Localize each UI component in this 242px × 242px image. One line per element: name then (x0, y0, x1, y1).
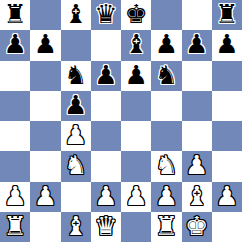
square-g3[interactable]: ♟ (182, 151, 212, 181)
black-bishop[interactable]: ♝ (124, 31, 147, 57)
square-d2[interactable]: ♟ (91, 182, 121, 212)
square-b4[interactable] (30, 121, 60, 151)
square-g8[interactable] (182, 0, 212, 30)
white-pawn[interactable]: ♟ (185, 152, 208, 178)
square-b2[interactable]: ♟ (30, 182, 60, 212)
square-b8[interactable] (30, 0, 60, 30)
white-pawn[interactable]: ♟ (155, 183, 178, 209)
square-a7[interactable]: ♟ (0, 30, 30, 60)
black-pawn[interactable]: ♟ (185, 31, 208, 57)
white-pawn[interactable]: ♟ (64, 122, 87, 148)
square-d3[interactable] (91, 151, 121, 181)
black-king[interactable]: ♚ (124, 1, 147, 27)
square-a8[interactable]: ♜ (0, 0, 30, 30)
white-knight[interactable]: ♞ (64, 152, 87, 178)
square-f8[interactable] (151, 0, 181, 30)
black-pawn[interactable]: ♟ (124, 62, 147, 88)
square-c8[interactable]: ♝ (61, 0, 91, 30)
square-g6[interactable] (182, 61, 212, 91)
square-d1[interactable]: ♛ (91, 212, 121, 242)
square-h4[interactable] (212, 121, 242, 151)
black-knight[interactable]: ♞ (64, 62, 87, 88)
white-bishop[interactable]: ♝ (185, 183, 208, 209)
square-b6[interactable] (30, 61, 60, 91)
square-a4[interactable] (0, 121, 30, 151)
white-rook[interactable]: ♜ (3, 213, 26, 239)
chess-board-container: ♜♝♛♚♜♟♟♝♟♟♟♞♟♟♞♟♟♞♞♟♟♟♟♟♟♝♟♜♝♛♜♚ (0, 0, 242, 242)
square-a6[interactable] (0, 61, 30, 91)
black-rook[interactable]: ♜ (215, 1, 238, 27)
square-c6[interactable]: ♞ (61, 61, 91, 91)
square-g7[interactable]: ♟ (182, 30, 212, 60)
square-h5[interactable] (212, 91, 242, 121)
square-b5[interactable] (30, 91, 60, 121)
white-pawn[interactable]: ♟ (34, 183, 57, 209)
square-d6[interactable]: ♟ (91, 61, 121, 91)
square-h6[interactable] (212, 61, 242, 91)
black-pawn[interactable]: ♟ (155, 31, 178, 57)
black-pawn[interactable]: ♟ (94, 62, 117, 88)
square-h8[interactable]: ♜ (212, 0, 242, 30)
square-g5[interactable] (182, 91, 212, 121)
square-e8[interactable]: ♚ (121, 0, 151, 30)
square-c2[interactable] (61, 182, 91, 212)
square-e5[interactable] (121, 91, 151, 121)
white-pawn[interactable]: ♟ (215, 183, 238, 209)
square-f7[interactable]: ♟ (151, 30, 181, 60)
white-knight[interactable]: ♞ (155, 152, 178, 178)
square-c3[interactable]: ♞ (61, 151, 91, 181)
black-queen[interactable]: ♛ (94, 1, 117, 27)
white-queen[interactable]: ♛ (94, 213, 117, 239)
square-e7[interactable]: ♝ (121, 30, 151, 60)
square-e6[interactable]: ♟ (121, 61, 151, 91)
square-h2[interactable]: ♟ (212, 182, 242, 212)
square-d8[interactable]: ♛ (91, 0, 121, 30)
square-c1[interactable]: ♝ (61, 212, 91, 242)
square-c7[interactable] (61, 30, 91, 60)
square-a3[interactable] (0, 151, 30, 181)
white-rook[interactable]: ♜ (155, 213, 178, 239)
square-d7[interactable] (91, 30, 121, 60)
square-h7[interactable]: ♟ (212, 30, 242, 60)
square-a5[interactable] (0, 91, 30, 121)
square-e1[interactable] (121, 212, 151, 242)
square-g4[interactable] (182, 121, 212, 151)
square-f6[interactable]: ♞ (151, 61, 181, 91)
black-pawn[interactable]: ♟ (34, 31, 57, 57)
black-bishop[interactable]: ♝ (64, 1, 87, 27)
square-e4[interactable] (121, 121, 151, 151)
square-a1[interactable]: ♜ (0, 212, 30, 242)
square-b3[interactable] (30, 151, 60, 181)
square-f4[interactable] (151, 121, 181, 151)
square-f2[interactable]: ♟ (151, 182, 181, 212)
square-h3[interactable] (212, 151, 242, 181)
black-pawn[interactable]: ♟ (215, 31, 238, 57)
square-a2[interactable]: ♟ (0, 182, 30, 212)
square-b1[interactable] (30, 212, 60, 242)
square-d5[interactable] (91, 91, 121, 121)
square-b7[interactable]: ♟ (30, 30, 60, 60)
square-c5[interactable]: ♟ (61, 91, 91, 121)
white-pawn[interactable]: ♟ (94, 183, 117, 209)
square-d4[interactable] (91, 121, 121, 151)
black-knight[interactable]: ♞ (155, 62, 178, 88)
square-g1[interactable]: ♚ (182, 212, 212, 242)
square-f3[interactable]: ♞ (151, 151, 181, 181)
square-e2[interactable]: ♟ (121, 182, 151, 212)
white-bishop[interactable]: ♝ (64, 213, 87, 239)
chess-board: ♜♝♛♚♜♟♟♝♟♟♟♞♟♟♞♟♟♞♞♟♟♟♟♟♟♝♟♜♝♛♜♚ (0, 0, 242, 242)
square-g2[interactable]: ♝ (182, 182, 212, 212)
square-h1[interactable] (212, 212, 242, 242)
square-c4[interactable]: ♟ (61, 121, 91, 151)
white-pawn[interactable]: ♟ (124, 183, 147, 209)
black-rook[interactable]: ♜ (3, 1, 26, 27)
square-e3[interactable] (121, 151, 151, 181)
black-pawn[interactable]: ♟ (64, 92, 87, 118)
square-f1[interactable]: ♜ (151, 212, 181, 242)
black-pawn[interactable]: ♟ (3, 31, 26, 57)
white-pawn[interactable]: ♟ (3, 183, 26, 209)
white-king[interactable]: ♚ (185, 213, 208, 239)
square-f5[interactable] (151, 91, 181, 121)
